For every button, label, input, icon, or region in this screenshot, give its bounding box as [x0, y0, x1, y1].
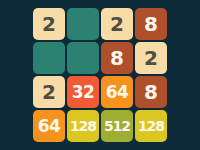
tile-64-r4c1: 64 [33, 110, 65, 142]
tile-64-r3c3: 64 [101, 76, 133, 108]
tile-8-r3c4: 8 [135, 76, 167, 108]
tile-2-r1c3: 2 [101, 8, 133, 40]
empty-cell-r2c2 [67, 42, 99, 74]
tile-32-r3c2: 32 [67, 76, 99, 108]
tile-2-r3c1: 2 [33, 76, 65, 108]
tile-128-r4c2: 128 [67, 110, 99, 142]
tile-128-r4c4: 128 [135, 110, 167, 142]
tile-8-r1c4: 8 [135, 8, 167, 40]
empty-cell-r2c1 [33, 42, 65, 74]
tile-512-r4c3: 512 [101, 110, 133, 142]
tile-2-r1c1: 2 [33, 8, 65, 40]
empty-cell-r1c2 [67, 8, 99, 40]
tile-8-r2c3: 8 [101, 42, 133, 74]
tile-2-r2c4: 2 [135, 42, 167, 74]
2048-board[interactable]: 2288223264864128512128 [33, 8, 167, 142]
